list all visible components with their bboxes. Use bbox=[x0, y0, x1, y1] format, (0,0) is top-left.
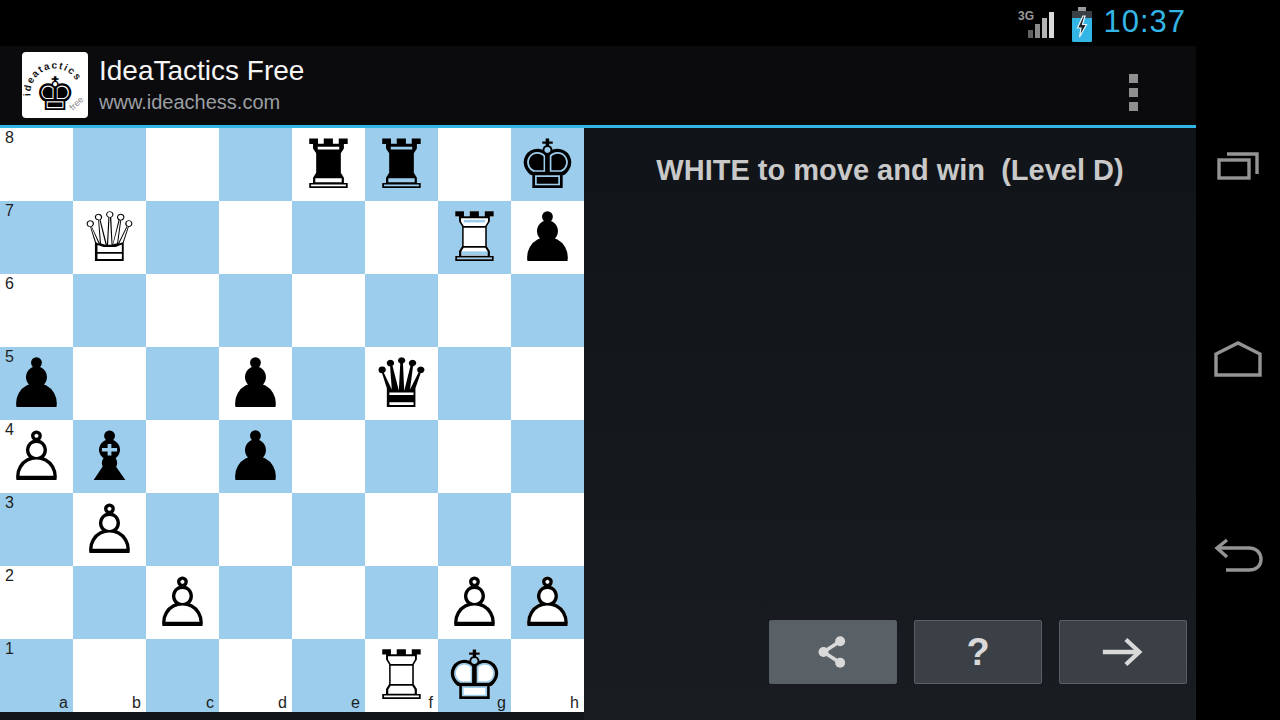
file-label-e: e bbox=[351, 694, 360, 712]
square-h2[interactable]: ♟♙ bbox=[511, 566, 584, 639]
square-e4[interactable] bbox=[292, 420, 365, 493]
square-b4[interactable]: ♝ bbox=[73, 420, 146, 493]
recent-apps-button[interactable] bbox=[1196, 140, 1280, 188]
square-d5[interactable]: ♟ bbox=[219, 347, 292, 420]
svg-text:3G: 3G bbox=[1018, 9, 1034, 23]
square-a7[interactable]: 7 bbox=[0, 201, 73, 274]
piece-black-pawn[interactable]: ♟ bbox=[219, 347, 292, 420]
square-b2[interactable] bbox=[73, 566, 146, 639]
square-b5[interactable] bbox=[73, 347, 146, 420]
rank-label-1: 1 bbox=[5, 640, 14, 658]
square-a5[interactable]: 5♟ bbox=[0, 347, 73, 420]
square-f5[interactable]: ♛ bbox=[365, 347, 438, 420]
piece-black-king[interactable]: ♚ bbox=[511, 128, 584, 201]
square-b8[interactable] bbox=[73, 128, 146, 201]
square-f2[interactable] bbox=[365, 566, 438, 639]
square-g3[interactable] bbox=[438, 493, 511, 566]
square-d7[interactable] bbox=[219, 201, 292, 274]
piece-white-pawn[interactable]: ♟♙ bbox=[438, 566, 511, 639]
square-e8[interactable]: ♜ bbox=[292, 128, 365, 201]
status-clock: 10:37 bbox=[1103, 4, 1186, 40]
puzzle-panel: WHITE to move and win (Level D) ? bbox=[584, 128, 1196, 720]
square-c7[interactable] bbox=[146, 201, 219, 274]
piece-black-rook[interactable]: ♜ bbox=[292, 128, 365, 201]
square-h3[interactable] bbox=[511, 493, 584, 566]
rank-label-5: 5 bbox=[5, 348, 14, 366]
rank-label-7: 7 bbox=[5, 202, 14, 220]
square-e7[interactable] bbox=[292, 201, 365, 274]
rank-label-6: 6 bbox=[5, 275, 14, 293]
square-e6[interactable] bbox=[292, 274, 365, 347]
square-b1[interactable]: b bbox=[73, 639, 146, 712]
piece-black-pawn[interactable]: ♟ bbox=[511, 201, 584, 274]
rank-label-3: 3 bbox=[5, 494, 14, 512]
square-f1[interactable]: f♜♖ bbox=[365, 639, 438, 712]
square-f3[interactable] bbox=[365, 493, 438, 566]
square-g8[interactable] bbox=[438, 128, 511, 201]
file-label-g: g bbox=[497, 694, 506, 712]
square-d1[interactable]: d bbox=[219, 639, 292, 712]
piece-white-pawn[interactable]: ♟♙ bbox=[146, 566, 219, 639]
file-label-h: h bbox=[570, 694, 579, 712]
question-mark-icon: ? bbox=[966, 631, 989, 674]
square-a4[interactable]: 4♟♙ bbox=[0, 420, 73, 493]
file-label-a: a bbox=[59, 694, 68, 712]
square-e1[interactable]: e bbox=[292, 639, 365, 712]
battery-charging-icon bbox=[1070, 7, 1094, 43]
square-g7[interactable]: ♜♖ bbox=[438, 201, 511, 274]
overflow-menu-icon[interactable] bbox=[1123, 68, 1144, 117]
square-c1[interactable]: c bbox=[146, 639, 219, 712]
square-f8[interactable]: ♜ bbox=[365, 128, 438, 201]
square-h7[interactable]: ♟ bbox=[511, 201, 584, 274]
square-g1[interactable]: g♚♔ bbox=[438, 639, 511, 712]
logo-king-icon: ♚ bbox=[34, 67, 75, 118]
square-h6[interactable] bbox=[511, 274, 584, 347]
share-icon bbox=[814, 633, 852, 671]
square-g5[interactable] bbox=[438, 347, 511, 420]
piece-black-bishop[interactable]: ♝ bbox=[73, 420, 146, 493]
chess-board[interactable]: 8♜♜♚7♛♕♜♖♟65♟♟♛4♟♙♝♟3♟♙2♟♙♟♙♟♙1abcdef♜♖g… bbox=[0, 128, 584, 712]
square-f7[interactable] bbox=[365, 201, 438, 274]
file-label-f: f bbox=[429, 694, 433, 712]
app-logo: ideatactics ♚ free bbox=[22, 52, 88, 118]
square-d3[interactable] bbox=[219, 493, 292, 566]
square-d6[interactable] bbox=[219, 274, 292, 347]
square-b6[interactable] bbox=[73, 274, 146, 347]
square-g4[interactable] bbox=[438, 420, 511, 493]
signal-strength-icon: 3G bbox=[1018, 9, 1058, 39]
square-g2[interactable]: ♟♙ bbox=[438, 566, 511, 639]
square-h8[interactable]: ♚ bbox=[511, 128, 584, 201]
action-buttons: ? bbox=[769, 620, 1187, 684]
square-b3[interactable]: ♟♙ bbox=[73, 493, 146, 566]
piece-white-rook[interactable]: ♜♖ bbox=[365, 639, 438, 712]
square-e2[interactable] bbox=[292, 566, 365, 639]
square-f4[interactable] bbox=[365, 420, 438, 493]
action-bar: ideatactics ♚ free IdeaTactics Free www.… bbox=[0, 46, 1196, 125]
android-nav-bar bbox=[1196, 0, 1280, 720]
share-button[interactable] bbox=[769, 620, 897, 684]
square-h4[interactable] bbox=[511, 420, 584, 493]
next-puzzle-button[interactable] bbox=[1059, 620, 1187, 684]
square-h1[interactable]: h bbox=[511, 639, 584, 712]
square-g6[interactable] bbox=[438, 274, 511, 347]
app-title: IdeaTactics Free bbox=[99, 54, 304, 88]
piece-white-pawn[interactable]: ♟♙ bbox=[73, 493, 146, 566]
square-c5[interactable] bbox=[146, 347, 219, 420]
piece-white-queen[interactable]: ♛♕ bbox=[73, 201, 146, 274]
square-d2[interactable] bbox=[219, 566, 292, 639]
square-d8[interactable] bbox=[219, 128, 292, 201]
square-a1[interactable]: 1a bbox=[0, 639, 73, 712]
square-d4[interactable]: ♟ bbox=[219, 420, 292, 493]
hint-button[interactable]: ? bbox=[914, 620, 1042, 684]
rank-label-8: 8 bbox=[5, 129, 14, 147]
back-button[interactable] bbox=[1196, 530, 1280, 582]
square-b7[interactable]: ♛♕ bbox=[73, 201, 146, 274]
home-icon bbox=[1211, 337, 1265, 379]
piece-black-queen[interactable]: ♛ bbox=[365, 347, 438, 420]
square-c4[interactable] bbox=[146, 420, 219, 493]
file-label-c: c bbox=[206, 694, 214, 712]
home-button[interactable] bbox=[1196, 334, 1280, 382]
piece-black-pawn[interactable]: ♟ bbox=[219, 420, 292, 493]
puzzle-prompt: WHITE to move and win (Level D) bbox=[584, 154, 1196, 187]
square-c3[interactable] bbox=[146, 493, 219, 566]
square-a6[interactable]: 6 bbox=[0, 274, 73, 347]
square-h5[interactable] bbox=[511, 347, 584, 420]
square-a8[interactable]: 8 bbox=[0, 128, 73, 201]
arrow-right-icon bbox=[1100, 636, 1146, 668]
square-e3[interactable] bbox=[292, 493, 365, 566]
file-label-b: b bbox=[132, 694, 141, 712]
square-a2[interactable]: 2 bbox=[0, 566, 73, 639]
piece-black-rook[interactable]: ♜ bbox=[365, 128, 438, 201]
rank-label-2: 2 bbox=[5, 567, 14, 585]
back-icon bbox=[1210, 536, 1266, 576]
square-c6[interactable] bbox=[146, 274, 219, 347]
status-bar: 3G 10:37 bbox=[0, 0, 1280, 46]
piece-white-rook[interactable]: ♜♖ bbox=[438, 201, 511, 274]
file-label-d: d bbox=[278, 694, 287, 712]
piece-white-pawn[interactable]: ♟♙ bbox=[511, 566, 584, 639]
square-f6[interactable] bbox=[365, 274, 438, 347]
rank-label-4: 4 bbox=[5, 421, 14, 439]
square-a3[interactable]: 3 bbox=[0, 493, 73, 566]
recent-apps-icon bbox=[1213, 144, 1263, 184]
square-c8[interactable] bbox=[146, 128, 219, 201]
square-e5[interactable] bbox=[292, 347, 365, 420]
square-c2[interactable]: ♟♙ bbox=[146, 566, 219, 639]
app-subtitle: www.ideachess.com bbox=[99, 88, 304, 116]
